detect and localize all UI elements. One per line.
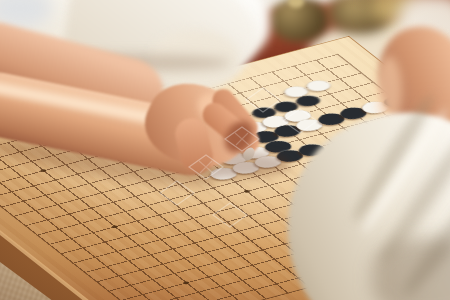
sleeve-shadow — [372, 238, 450, 300]
go-game-photo: ●●●●●●●●●●●●●●●●●●●●●●● — [0, 0, 450, 300]
